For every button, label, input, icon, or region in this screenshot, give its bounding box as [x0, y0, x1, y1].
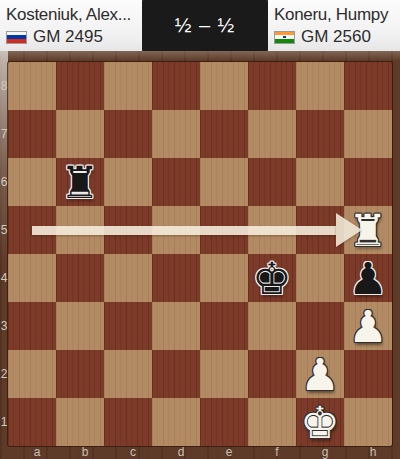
player-black-name: Koneru, Humpy — [274, 4, 394, 25]
file-label-f: f — [253, 446, 301, 459]
player-white-rating: GM 2495 — [33, 27, 103, 47]
file-label-e: e — [205, 446, 253, 459]
square-f7[interactable] — [248, 110, 296, 158]
square-d2[interactable] — [152, 350, 200, 398]
square-d7[interactable] — [152, 110, 200, 158]
square-h2[interactable] — [344, 350, 392, 398]
square-e2[interactable] — [200, 350, 248, 398]
square-f2[interactable] — [248, 350, 296, 398]
rank-label-3: 3 — [0, 319, 8, 333]
square-a1[interactable] — [8, 398, 56, 446]
square-h6[interactable] — [344, 158, 392, 206]
square-b8[interactable] — [56, 62, 104, 110]
move-arrow-shaft — [32, 226, 336, 235]
square-h3[interactable]: ♟ — [344, 302, 392, 350]
square-a7[interactable] — [8, 110, 56, 158]
square-h1[interactable] — [344, 398, 392, 446]
square-c8[interactable] — [104, 62, 152, 110]
move-arrow-head — [336, 213, 362, 247]
piece-white-king-g1[interactable]: ♚ — [296, 398, 344, 446]
rank-label-2: 2 — [0, 367, 8, 381]
piece-white-pawn-g2[interactable]: ♟ — [296, 350, 344, 398]
result-badge: ½ – ½ — [142, 0, 268, 51]
square-e7[interactable] — [200, 110, 248, 158]
square-d6[interactable] — [152, 158, 200, 206]
square-a6[interactable] — [8, 158, 56, 206]
rank-label-7: 7 — [0, 127, 8, 141]
rank-label-5: 5 — [0, 223, 8, 237]
file-label-g: g — [301, 446, 349, 459]
square-g2[interactable]: ♟ — [296, 350, 344, 398]
square-a3[interactable] — [8, 302, 56, 350]
rank-label-1: 1 — [0, 415, 8, 429]
piece-black-rook-b6[interactable]: ♜ — [56, 158, 104, 206]
square-c3[interactable] — [104, 302, 152, 350]
file-label-a: a — [13, 446, 61, 459]
square-a4[interactable] — [8, 254, 56, 302]
india-flag-icon — [274, 31, 295, 44]
player-white-name: Kosteniuk, Alex... — [6, 4, 136, 25]
square-g8[interactable] — [296, 62, 344, 110]
file-label-b: b — [61, 446, 109, 459]
square-g4[interactable] — [296, 254, 344, 302]
rank-label-8: 8 — [0, 79, 8, 93]
rank-label-6: 6 — [0, 175, 8, 189]
square-f6[interactable] — [248, 158, 296, 206]
square-h7[interactable] — [344, 110, 392, 158]
russia-flag-icon — [6, 31, 27, 44]
file-label-c: c — [109, 446, 157, 459]
square-g6[interactable] — [296, 158, 344, 206]
board-squares[interactable]: ♜♜♚♟♟♟♚ — [8, 62, 392, 446]
player-black-rating: GM 2560 — [301, 27, 371, 47]
player-white-info: Kosteniuk, Alex... GM 2495 — [0, 0, 142, 51]
game-header: Kosteniuk, Alex... GM 2495 ½ – ½ Koneru,… — [0, 0, 400, 51]
player-black-info: Koneru, Humpy GM 2560 — [268, 0, 400, 51]
square-g3[interactable] — [296, 302, 344, 350]
game-screenshot: Kosteniuk, Alex... GM 2495 ½ – ½ Koneru,… — [0, 0, 400, 459]
square-e8[interactable] — [200, 62, 248, 110]
piece-black-pawn-h4[interactable]: ♟ — [344, 254, 392, 302]
square-a8[interactable] — [8, 62, 56, 110]
square-g7[interactable] — [296, 110, 344, 158]
square-c1[interactable] — [104, 398, 152, 446]
file-label-h: h — [349, 446, 397, 459]
square-d3[interactable] — [152, 302, 200, 350]
result-text: ½ – ½ — [175, 14, 236, 37]
square-f1[interactable] — [248, 398, 296, 446]
chess-board[interactable]: ♜♜♚♟♟♟♚ 87654321abcdefgh — [0, 51, 400, 459]
square-e3[interactable] — [200, 302, 248, 350]
square-d8[interactable] — [152, 62, 200, 110]
square-b1[interactable] — [56, 398, 104, 446]
rank-label-4: 4 — [0, 271, 8, 285]
square-f4[interactable]: ♚ — [248, 254, 296, 302]
square-g1[interactable]: ♚ — [296, 398, 344, 446]
square-d4[interactable] — [152, 254, 200, 302]
square-c4[interactable] — [104, 254, 152, 302]
square-b6[interactable]: ♜ — [56, 158, 104, 206]
piece-white-pawn-h3[interactable]: ♟ — [344, 302, 392, 350]
square-f8[interactable] — [248, 62, 296, 110]
square-b4[interactable] — [56, 254, 104, 302]
square-e6[interactable] — [200, 158, 248, 206]
square-c6[interactable] — [104, 158, 152, 206]
square-b7[interactable] — [56, 110, 104, 158]
square-c7[interactable] — [104, 110, 152, 158]
square-f3[interactable] — [248, 302, 296, 350]
square-e1[interactable] — [200, 398, 248, 446]
file-label-d: d — [157, 446, 205, 459]
square-b2[interactable] — [56, 350, 104, 398]
square-e4[interactable] — [200, 254, 248, 302]
square-c2[interactable] — [104, 350, 152, 398]
square-a2[interactable] — [8, 350, 56, 398]
square-b3[interactable] — [56, 302, 104, 350]
square-h8[interactable] — [344, 62, 392, 110]
square-d1[interactable] — [152, 398, 200, 446]
piece-black-king-f4[interactable]: ♚ — [248, 254, 296, 302]
square-h4[interactable]: ♟ — [344, 254, 392, 302]
